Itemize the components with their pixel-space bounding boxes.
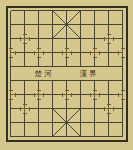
xiangqi-app-window: 楚河 漢界 — [0, 0, 133, 150]
river-label-right: 漢界 — [80, 69, 99, 78]
river-label-left: 楚河 — [35, 69, 54, 78]
xiangqi-board[interactable]: 楚河 漢界 — [0, 0, 133, 150]
